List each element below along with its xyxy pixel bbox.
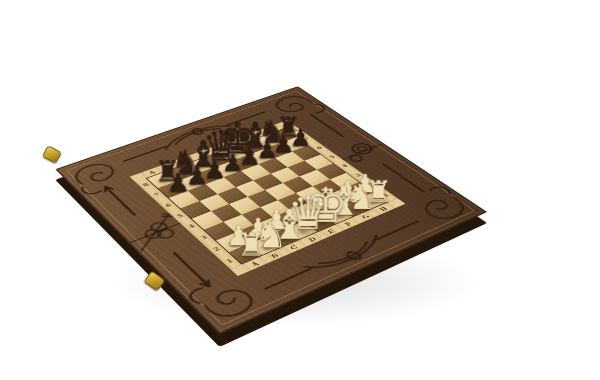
product-photo-stage: ABCDEFGH 87654321 ♜♞♝♛♚♝♞♜♟♟♟♟♟♟♟♟♟♟♟♟♟♟… [0, 0, 600, 380]
black-pawn[interactable]: ♟ [151, 170, 205, 195]
white-rook[interactable]: ♜ [222, 229, 281, 261]
file-label-a: A [250, 260, 261, 267]
brass-hinge [42, 145, 62, 164]
square-h5[interactable] [304, 154, 333, 170]
rank-label-6: 6 [164, 202, 173, 208]
rank-label-5: 5 [327, 154, 336, 159]
rank-label-3: 3 [199, 234, 209, 241]
